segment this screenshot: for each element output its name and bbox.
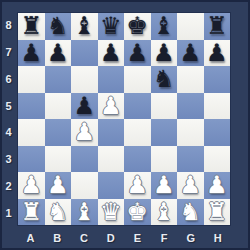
white-knight: ♞: [179, 200, 201, 224]
black-knight: ♞: [153, 67, 175, 91]
square-e2: ♟: [124, 172, 151, 199]
file-label-D: D: [97, 226, 124, 250]
rank-label-6: 6: [0, 66, 17, 93]
rank-label-4: 4: [0, 119, 17, 146]
black-pawn: ♟: [206, 41, 228, 65]
chess-board-frame: 87654321 ♜♞♝♛♚♝♜♟♟♟♟♟♟♟♞♟♟♟♟♟♟♟♟♟♜♞♝♛♚♝♞…: [0, 0, 250, 250]
square-e5: [124, 93, 151, 120]
square-h5: [204, 93, 231, 120]
square-c3: [71, 146, 98, 173]
square-g3: [177, 146, 204, 173]
white-pawn: ♟: [20, 173, 42, 197]
black-rook: ♜: [206, 14, 228, 38]
square-h4: [204, 119, 231, 146]
white-pawn: ♟: [179, 173, 201, 197]
square-g1: ♞: [177, 199, 204, 226]
black-knight: ♞: [47, 14, 69, 38]
file-label-F: F: [151, 226, 178, 250]
square-f5: [151, 93, 178, 120]
rank-label-1: 1: [0, 199, 17, 226]
square-c8: ♝: [71, 13, 98, 40]
square-d3: [98, 146, 125, 173]
black-pawn: ♟: [126, 41, 148, 65]
square-h6: [204, 66, 231, 93]
black-pawn: ♟: [47, 41, 69, 65]
square-b8: ♞: [45, 13, 72, 40]
white-pawn: ♟: [73, 120, 95, 144]
square-b7: ♟: [45, 40, 72, 67]
square-c6: [71, 66, 98, 93]
black-bishop: ♝: [153, 14, 175, 38]
file-label-C: C: [71, 226, 98, 250]
square-c2: [71, 172, 98, 199]
square-c4: ♟: [71, 119, 98, 146]
square-f3: [151, 146, 178, 173]
rank-label-3: 3: [0, 146, 17, 173]
square-a7: ♟: [18, 40, 45, 67]
white-pawn: ♟: [206, 173, 228, 197]
white-knight: ♞: [47, 200, 69, 224]
square-g6: [177, 66, 204, 93]
white-queen: ♛: [100, 200, 122, 224]
square-g8: [177, 13, 204, 40]
square-c7: [71, 40, 98, 67]
black-rook: ♜: [20, 14, 42, 38]
square-c5: ♟: [71, 93, 98, 120]
square-b6: [45, 66, 72, 93]
black-pawn: ♟: [73, 94, 95, 118]
rank-label-7: 7: [0, 39, 17, 66]
square-a3: [18, 146, 45, 173]
white-pawn: ♟: [153, 173, 175, 197]
square-f2: ♟: [151, 172, 178, 199]
square-d2: [98, 172, 125, 199]
black-queen: ♛: [100, 14, 122, 38]
square-f7: ♟: [151, 40, 178, 67]
square-f4: [151, 119, 178, 146]
square-f6: ♞: [151, 66, 178, 93]
rank-label-8: 8: [0, 12, 17, 39]
black-pawn: ♟: [179, 41, 201, 65]
square-h8: ♜: [204, 13, 231, 40]
square-c1: ♝: [71, 199, 98, 226]
square-e8: ♚: [124, 13, 151, 40]
square-b5: [45, 93, 72, 120]
black-pawn: ♟: [20, 41, 42, 65]
square-a1: ♜: [18, 199, 45, 226]
square-h7: ♟: [204, 40, 231, 67]
square-f1: ♝: [151, 199, 178, 226]
file-labels: ABCDEFGH: [17, 226, 231, 250]
square-e3: [124, 146, 151, 173]
square-e7: ♟: [124, 40, 151, 67]
square-b1: ♞: [45, 199, 72, 226]
square-f8: ♝: [151, 13, 178, 40]
chess-board: ♜♞♝♛♚♝♜♟♟♟♟♟♟♟♞♟♟♟♟♟♟♟♟♟♜♞♝♛♚♝♞♜: [17, 12, 231, 226]
rank-label-5: 5: [0, 92, 17, 119]
file-label-G: G: [178, 226, 205, 250]
file-label-B: B: [44, 226, 71, 250]
black-pawn: ♟: [153, 41, 175, 65]
square-d4: [98, 119, 125, 146]
file-label-A: A: [17, 226, 44, 250]
square-g7: ♟: [177, 40, 204, 67]
square-e6: [124, 66, 151, 93]
square-h1: ♜: [204, 199, 231, 226]
black-bishop: ♝: [73, 14, 95, 38]
square-b4: [45, 119, 72, 146]
square-e4: [124, 119, 151, 146]
white-bishop: ♝: [153, 200, 175, 224]
file-label-E: E: [124, 226, 151, 250]
square-g5: [177, 93, 204, 120]
square-b3: [45, 146, 72, 173]
file-label-H: H: [204, 226, 231, 250]
white-pawn: ♟: [100, 94, 122, 118]
white-king: ♚: [126, 200, 148, 224]
square-h2: ♟: [204, 172, 231, 199]
square-g4: [177, 119, 204, 146]
square-a8: ♜: [18, 13, 45, 40]
black-pawn: ♟: [100, 41, 122, 65]
rank-label-2: 2: [0, 173, 17, 200]
black-king: ♚: [126, 14, 148, 38]
square-h3: [204, 146, 231, 173]
square-d8: ♛: [98, 13, 125, 40]
square-b2: ♟: [45, 172, 72, 199]
square-d1: ♛: [98, 199, 125, 226]
square-g2: ♟: [177, 172, 204, 199]
square-d7: ♟: [98, 40, 125, 67]
square-a2: ♟: [18, 172, 45, 199]
white-pawn: ♟: [47, 173, 69, 197]
rank-labels: 87654321: [0, 12, 17, 226]
square-e1: ♚: [124, 199, 151, 226]
square-a4: [18, 119, 45, 146]
white-bishop: ♝: [73, 200, 95, 224]
square-a5: [18, 93, 45, 120]
square-a6: [18, 66, 45, 93]
square-d5: ♟: [98, 93, 125, 120]
square-d6: [98, 66, 125, 93]
white-rook: ♜: [206, 200, 228, 224]
white-pawn: ♟: [126, 173, 148, 197]
white-rook: ♜: [20, 200, 42, 224]
